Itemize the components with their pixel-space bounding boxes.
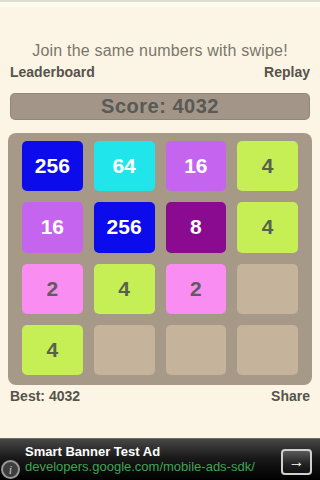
ad-url: developers.google.com/mobile-ads-sdk/ xyxy=(25,459,255,474)
empty-cell xyxy=(94,325,155,375)
empty-cell xyxy=(166,325,227,375)
status-bar-strip xyxy=(0,0,320,7)
share-button[interactable]: Share xyxy=(271,388,310,404)
ad-banner[interactable]: i Smart Banner Test Ad developers.google… xyxy=(0,438,320,480)
best-score-label: Best: 4032 xyxy=(10,388,80,404)
leaderboard-button[interactable]: Leaderboard xyxy=(10,64,95,80)
footer-row: Best: 4032 Share xyxy=(10,388,310,404)
game-board[interactable]: 2566416416256842424 xyxy=(8,133,312,385)
tile-4: 4 xyxy=(237,141,298,191)
ad-arrow-button[interactable]: → xyxy=(281,449,312,475)
right-arrow-icon: → xyxy=(289,454,305,470)
tile-2: 2 xyxy=(166,264,227,314)
ad-title: Smart Banner Test Ad xyxy=(25,444,160,459)
tile-4: 4 xyxy=(237,202,298,252)
empty-cell xyxy=(237,325,298,375)
tile-2: 2 xyxy=(22,264,83,314)
menu-row: Leaderboard Replay xyxy=(10,64,310,80)
tile-256: 256 xyxy=(94,202,155,252)
tile-16: 16 xyxy=(22,202,83,252)
replay-button[interactable]: Replay xyxy=(264,64,310,80)
tile-16: 16 xyxy=(166,141,227,191)
phone-screen: Join the same numbers with swipe! Leader… xyxy=(0,0,320,480)
tile-4: 4 xyxy=(94,264,155,314)
empty-cell xyxy=(237,264,298,314)
tile-64: 64 xyxy=(94,141,155,191)
tile-8: 8 xyxy=(166,202,227,252)
tile-256: 256 xyxy=(22,141,83,191)
ad-info-icon[interactable]: i xyxy=(1,460,20,479)
score-display: Score: 4032 xyxy=(10,93,310,120)
tile-4: 4 xyxy=(22,325,83,375)
game-title: Join the same numbers with swipe! xyxy=(0,42,320,60)
